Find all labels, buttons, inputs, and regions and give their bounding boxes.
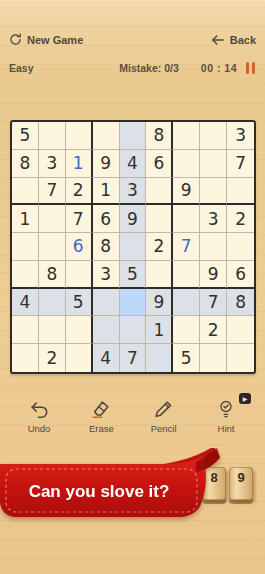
sudoku-cell-r2c7[interactable] — [173, 150, 200, 178]
sudoku-cell-r9c2[interactable]: 2 — [39, 344, 66, 372]
difficulty-label: Easy — [9, 62, 34, 74]
sudoku-cell-r2c4[interactable]: 9 — [93, 150, 120, 178]
sudoku-cell-r1c2[interactable] — [39, 122, 66, 150]
sudoku-cell-r1c3[interactable] — [66, 122, 93, 150]
sudoku-cell-r3c9[interactable] — [227, 178, 254, 206]
sudoku-cell-r4c3[interactable]: 7 — [66, 205, 93, 233]
sudoku-cell-r1c9[interactable]: 3 — [227, 122, 254, 150]
sudoku-cell-r8c8[interactable]: 2 — [200, 316, 227, 344]
hint-label: Hint — [218, 423, 235, 434]
sudoku-cell-r7c3[interactable]: 5 — [66, 289, 93, 317]
sudoku-cell-r4c4[interactable]: 6 — [93, 205, 120, 233]
banner-text: Can you slove it? — [29, 482, 170, 501]
sudoku-cell-r4c1[interactable]: 1 — [12, 205, 39, 233]
sudoku-cell-r9c1[interactable] — [12, 344, 39, 372]
sudoku-cell-r4c6[interactable] — [146, 205, 173, 233]
sudoku-cell-r5c1[interactable] — [12, 233, 39, 261]
hint-button[interactable]: ▶ Hint — [209, 399, 243, 434]
pause-button[interactable] — [245, 61, 256, 75]
new-game-button[interactable]: New Game — [9, 33, 83, 46]
sudoku-cell-r6c5[interactable]: 5 — [120, 261, 147, 289]
sudoku-cell-r4c5[interactable]: 9 — [120, 205, 147, 233]
sudoku-cell-r6c4[interactable]: 3 — [93, 261, 120, 289]
sudoku-cell-r4c2[interactable] — [39, 205, 66, 233]
sudoku-cell-r5c9[interactable] — [227, 233, 254, 261]
erase-label: Erase — [89, 423, 114, 434]
sudoku-cell-r8c9[interactable] — [227, 316, 254, 344]
sudoku-cell-r1c1[interactable]: 5 — [12, 122, 39, 150]
sudoku-cell-r1c8[interactable] — [200, 122, 227, 150]
sudoku-cell-r7c9[interactable]: 8 — [227, 289, 254, 317]
sudoku-cell-r6c1[interactable] — [12, 261, 39, 289]
sudoku-cell-r7c7[interactable] — [173, 289, 200, 317]
sudoku-cell-r3c6[interactable] — [146, 178, 173, 206]
timer: 00 : 14 — [201, 62, 237, 74]
undo-icon — [28, 399, 50, 419]
sudoku-cell-r1c6[interactable]: 8 — [146, 122, 173, 150]
sudoku-cell-r6c6[interactable] — [146, 261, 173, 289]
number-tile-9[interactable]: 9 — [229, 467, 253, 500]
sudoku-cell-r6c9[interactable]: 6 — [227, 261, 254, 289]
sudoku-cell-r7c2[interactable] — [39, 289, 66, 317]
sudoku-cell-r9c9[interactable] — [227, 344, 254, 372]
sudoku-cell-r5c7[interactable]: 7 — [173, 233, 200, 261]
sudoku-cell-r8c1[interactable] — [12, 316, 39, 344]
sudoku-cell-r4c7[interactable] — [173, 205, 200, 233]
erase-button[interactable]: Erase — [84, 399, 118, 434]
sudoku-cell-r5c6[interactable]: 2 — [146, 233, 173, 261]
sudoku-cell-r3c5[interactable]: 3 — [120, 178, 147, 206]
sudoku-cell-r6c8[interactable]: 9 — [200, 261, 227, 289]
sudoku-cell-r2c8[interactable] — [200, 150, 227, 178]
sudoku-cell-r5c2[interactable] — [39, 233, 66, 261]
sudoku-cell-r3c8[interactable] — [200, 178, 227, 206]
sudoku-cell-r7c6[interactable]: 9 — [146, 289, 173, 317]
sudoku-cell-r7c4[interactable] — [93, 289, 120, 317]
sudoku-cell-r2c5[interactable]: 4 — [120, 150, 147, 178]
sudoku-cell-r1c4[interactable] — [93, 122, 120, 150]
sudoku-cell-r3c1[interactable] — [12, 178, 39, 206]
sudoku-cell-r8c5[interactable] — [120, 316, 147, 344]
sudoku-cell-r5c3[interactable]: 6 — [66, 233, 93, 261]
pencil-icon — [153, 399, 175, 419]
undo-label: Undo — [28, 423, 51, 434]
sudoku-cell-r3c3[interactable]: 2 — [66, 178, 93, 206]
sudoku-cell-r6c2[interactable]: 8 — [39, 261, 66, 289]
toolbar: Undo Erase Pencil ▶ — [0, 399, 265, 434]
sudoku-cell-r5c5[interactable] — [120, 233, 147, 261]
new-game-label: New Game — [27, 34, 83, 46]
sudoku-app: New Game Back Easy Mistake: 0/3 00 : 14 … — [0, 0, 265, 574]
sudoku-cell-r2c2[interactable]: 3 — [39, 150, 66, 178]
sudoku-cell-r5c8[interactable] — [200, 233, 227, 261]
sudoku-cell-r4c8[interactable]: 3 — [200, 205, 227, 233]
undo-button[interactable]: Undo — [22, 399, 56, 434]
back-button[interactable]: Back — [211, 34, 256, 46]
sudoku-cell-r8c3[interactable] — [66, 316, 93, 344]
sudoku-cell-r6c3[interactable] — [66, 261, 93, 289]
sudoku-cell-r7c8[interactable]: 7 — [200, 289, 227, 317]
hint-lightbulb-icon — [216, 399, 236, 419]
sudoku-cell-r3c2[interactable]: 7 — [39, 178, 66, 206]
promo-banner[interactable]: Can you slove it? — [0, 448, 232, 524]
sudoku-cell-r9c5[interactable]: 7 — [120, 344, 147, 372]
sudoku-cell-r8c7[interactable] — [173, 316, 200, 344]
sudoku-cell-r9c8[interactable] — [200, 344, 227, 372]
pause-icon — [246, 62, 249, 74]
sudoku-cell-r8c6[interactable]: 1 — [146, 316, 173, 344]
sudoku-cell-r2c1[interactable]: 8 — [12, 150, 39, 178]
header-bar: New Game Back — [0, 33, 265, 46]
sudoku-cell-r2c6[interactable]: 6 — [146, 150, 173, 178]
sudoku-cell-r3c7[interactable]: 9 — [173, 178, 200, 206]
pause-icon — [252, 62, 255, 74]
back-arrow-icon — [211, 34, 225, 46]
sudoku-board: 5838319467721391769326827835964597812247… — [10, 120, 256, 374]
refresh-icon — [9, 33, 22, 46]
sudoku-cell-r3c4[interactable]: 1 — [93, 178, 120, 206]
sudoku-cell-r8c2[interactable] — [39, 316, 66, 344]
sudoku-cell-r9c7[interactable]: 5 — [173, 344, 200, 372]
sudoku-cell-r8c4[interactable] — [93, 316, 120, 344]
status-bar: Easy Mistake: 0/3 00 : 14 — [0, 61, 265, 75]
sudoku-cell-r1c5[interactable] — [120, 122, 147, 150]
sudoku-cell-r7c1[interactable]: 4 — [12, 289, 39, 317]
sudoku-cell-r4c9[interactable]: 2 — [227, 205, 254, 233]
back-label: Back — [230, 34, 256, 46]
pencil-button[interactable]: Pencil — [147, 399, 181, 434]
sudoku-cell-r2c3[interactable]: 1 — [66, 150, 93, 178]
sudoku-cell-r7c5[interactable] — [120, 289, 147, 317]
sudoku-cell-r9c6[interactable] — [146, 344, 173, 372]
mistake-counter: Mistake: 0/3 — [119, 62, 179, 74]
eraser-icon — [90, 399, 112, 419]
sudoku-cell-r6c7[interactable] — [173, 261, 200, 289]
sudoku-cell-r9c3[interactable] — [66, 344, 93, 372]
ad-play-badge: ▶ — [239, 393, 251, 404]
sudoku-cell-r9c4[interactable]: 4 — [93, 344, 120, 372]
sudoku-cell-r5c4[interactable]: 8 — [93, 233, 120, 261]
sudoku-cell-r1c7[interactable] — [173, 122, 200, 150]
sudoku-cell-r2c9[interactable]: 7 — [227, 150, 254, 178]
pencil-label: Pencil — [151, 423, 177, 434]
